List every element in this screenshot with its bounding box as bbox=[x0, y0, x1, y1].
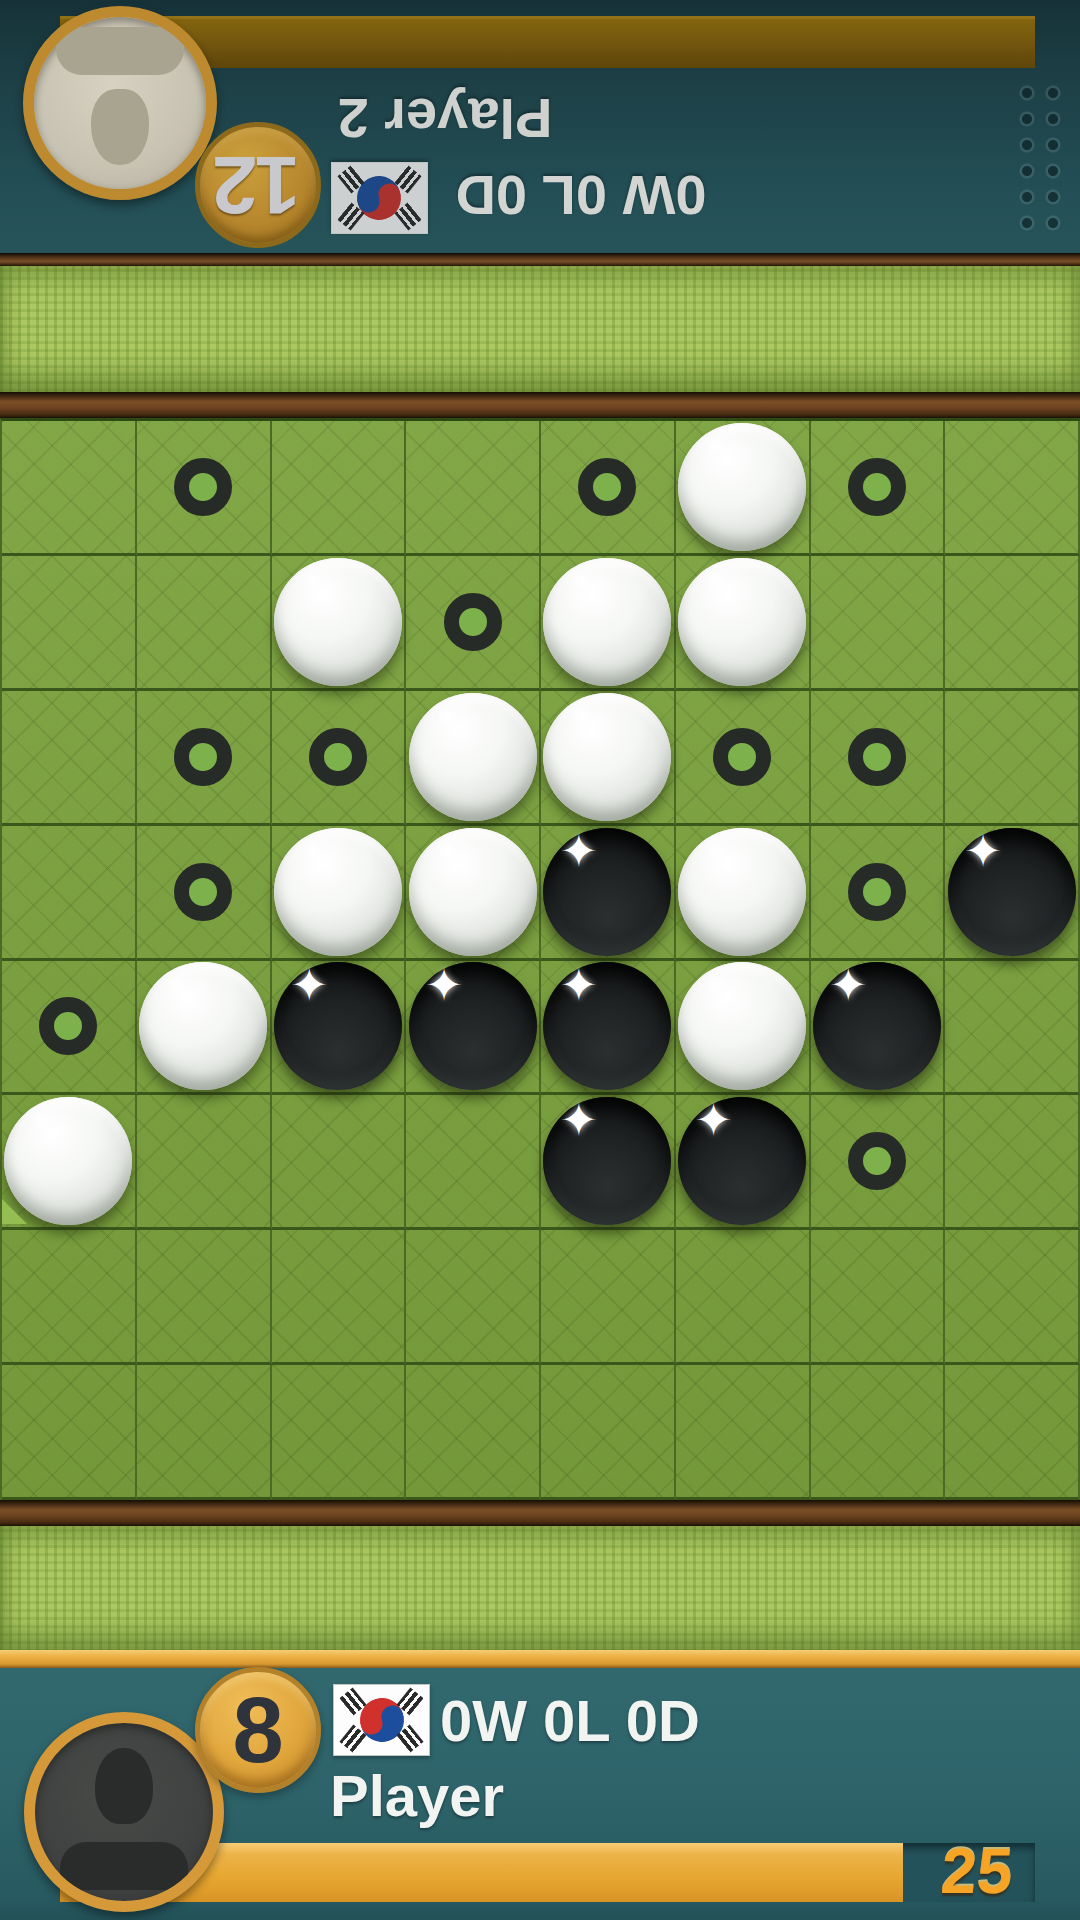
legal-move-hint[interactable] bbox=[848, 458, 906, 516]
board-cell-f4[interactable] bbox=[676, 826, 811, 961]
black-disc: ✦ bbox=[274, 962, 402, 1090]
board-cell-d3[interactable] bbox=[406, 691, 541, 826]
board-cell-h5[interactable] bbox=[945, 961, 1080, 1096]
board-cell-a7[interactable] bbox=[2, 1230, 137, 1365]
player-avatar[interactable] bbox=[24, 1712, 224, 1912]
white-disc bbox=[678, 828, 806, 956]
board-cell-c4[interactable] bbox=[272, 826, 407, 961]
sparkle-highlight: ✦ bbox=[290, 962, 329, 1008]
board-cell-c7[interactable] bbox=[272, 1230, 407, 1365]
player-disc-count: 8 bbox=[232, 1678, 283, 1783]
board-cell-f7[interactable] bbox=[676, 1230, 811, 1365]
opponent-disc-count: 12 bbox=[215, 138, 300, 232]
person-silhouette-icon bbox=[35, 1723, 213, 1901]
board-cell-d6[interactable] bbox=[406, 1095, 541, 1230]
board-cell-h4[interactable]: ✦ bbox=[945, 826, 1080, 961]
board-cell-c8[interactable] bbox=[272, 1365, 407, 1500]
player-timer-value: 25 bbox=[925, 1839, 1029, 1903]
legal-move-hint[interactable] bbox=[309, 728, 367, 786]
board-cell-a6[interactable] bbox=[2, 1095, 137, 1230]
board-cell-e6[interactable]: ✦ bbox=[541, 1095, 676, 1230]
person-silhouette-icon bbox=[34, 17, 206, 189]
white-disc bbox=[678, 558, 806, 686]
board-cell-e3[interactable] bbox=[541, 691, 676, 826]
board-cell-d4[interactable] bbox=[406, 826, 541, 961]
sparkle-highlight: ✦ bbox=[829, 962, 868, 1008]
board-cell-a2[interactable] bbox=[2, 556, 137, 691]
board-cell-b6[interactable] bbox=[137, 1095, 272, 1230]
table-felt-top bbox=[0, 266, 1080, 392]
white-disc bbox=[409, 828, 537, 956]
decor-dots-top bbox=[1014, 80, 1072, 236]
board-cell-g6[interactable] bbox=[811, 1095, 946, 1230]
board-cell-f2[interactable] bbox=[676, 556, 811, 691]
opponent-panel: Player 2 0W 0L 0D 12 bbox=[0, 0, 1080, 253]
table-felt-bottom bbox=[0, 1526, 1080, 1652]
board-cell-f6[interactable]: ✦ bbox=[676, 1095, 811, 1230]
sparkle-highlight: ✦ bbox=[964, 828, 1003, 874]
board-cell-h7[interactable] bbox=[945, 1230, 1080, 1365]
opponent-avatar[interactable] bbox=[23, 6, 217, 200]
board-cell-b8[interactable] bbox=[137, 1365, 272, 1500]
board-cell-a4[interactable] bbox=[2, 826, 137, 961]
player-record: 0W 0L 0D bbox=[440, 1690, 700, 1752]
legal-move-hint[interactable] bbox=[174, 458, 232, 516]
board-cell-c2[interactable] bbox=[272, 556, 407, 691]
board-cell-b5[interactable] bbox=[137, 961, 272, 1096]
board-cell-b3[interactable] bbox=[137, 691, 272, 826]
board-cell-b7[interactable] bbox=[137, 1230, 272, 1365]
legal-move-hint[interactable] bbox=[848, 863, 906, 921]
board-cell-d8[interactable] bbox=[406, 1365, 541, 1500]
black-disc: ✦ bbox=[409, 962, 537, 1090]
board-cell-e7[interactable] bbox=[541, 1230, 676, 1365]
board-cell-h2[interactable] bbox=[945, 556, 1080, 691]
player-name: Player bbox=[330, 1766, 504, 1826]
board-cell-g2[interactable] bbox=[811, 556, 946, 691]
othello-board: ✦✦✦✦✦✦✦✦ bbox=[0, 418, 1080, 1500]
board-cell-f5[interactable] bbox=[676, 961, 811, 1096]
board-cell-e8[interactable] bbox=[541, 1365, 676, 1500]
board-cell-e5[interactable]: ✦ bbox=[541, 961, 676, 1096]
board-cell-d2[interactable] bbox=[406, 556, 541, 691]
white-disc bbox=[678, 962, 806, 1090]
board-cell-g8[interactable] bbox=[811, 1365, 946, 1500]
south-korea-flag-player bbox=[333, 1684, 430, 1756]
board-cell-h6[interactable] bbox=[945, 1095, 1080, 1230]
board-cell-g4[interactable] bbox=[811, 826, 946, 961]
board-cell-d7[interactable] bbox=[406, 1230, 541, 1365]
board-cell-h1[interactable] bbox=[945, 421, 1080, 556]
board-frame-bottom bbox=[0, 1500, 1080, 1526]
board-cell-g5[interactable]: ✦ bbox=[811, 961, 946, 1096]
board-cell-c6[interactable] bbox=[272, 1095, 407, 1230]
board-cell-e4[interactable]: ✦ bbox=[541, 826, 676, 961]
board-cell-g3[interactable] bbox=[811, 691, 946, 826]
player-disc-count-badge: 8 bbox=[195, 1667, 321, 1793]
board-cell-d1[interactable] bbox=[406, 421, 541, 556]
opponent-record: 0W 0L 0D bbox=[436, 162, 726, 228]
board-cell-h3[interactable] bbox=[945, 691, 1080, 826]
white-disc bbox=[543, 693, 671, 821]
black-disc: ✦ bbox=[543, 962, 671, 1090]
board-cell-g7[interactable] bbox=[811, 1230, 946, 1365]
board-cell-d5[interactable]: ✦ bbox=[406, 961, 541, 1096]
othello-game-screen: Player 2 0W 0L 0D 12 ✦✦✦✦✦✦✦✦ 25 bbox=[0, 0, 1080, 1920]
sparkle-highlight: ✦ bbox=[559, 962, 598, 1008]
black-disc: ✦ bbox=[543, 828, 671, 956]
white-disc bbox=[274, 558, 402, 686]
legal-move-hint[interactable] bbox=[713, 728, 771, 786]
south-korea-flag-opponent bbox=[331, 162, 428, 234]
board-frame-top bbox=[0, 392, 1080, 418]
white-disc bbox=[678, 423, 806, 551]
sparkle-highlight: ✦ bbox=[559, 1097, 598, 1143]
board-cell-g1[interactable] bbox=[811, 421, 946, 556]
separator-gold bbox=[0, 1650, 1080, 1668]
board-cell-a8[interactable] bbox=[2, 1365, 137, 1500]
white-disc bbox=[274, 828, 402, 956]
legal-move-hint[interactable] bbox=[848, 1132, 906, 1190]
board-cell-f1[interactable] bbox=[676, 421, 811, 556]
legal-move-hint[interactable] bbox=[848, 728, 906, 786]
black-disc: ✦ bbox=[813, 962, 941, 1090]
white-disc bbox=[409, 693, 537, 821]
sparkle-highlight: ✦ bbox=[694, 1097, 733, 1143]
board-cell-e2[interactable] bbox=[541, 556, 676, 691]
board-cell-c1[interactable] bbox=[272, 421, 407, 556]
legal-move-hint[interactable] bbox=[174, 728, 232, 786]
black-disc: ✦ bbox=[948, 828, 1076, 956]
board-cell-a5[interactable] bbox=[2, 961, 137, 1096]
legal-move-hint[interactable] bbox=[39, 997, 97, 1055]
black-disc: ✦ bbox=[543, 1097, 671, 1225]
legal-move-hint[interactable] bbox=[444, 593, 502, 651]
board-cell-f8[interactable] bbox=[676, 1365, 811, 1500]
opponent-name: Player 2 bbox=[322, 86, 568, 150]
sparkle-highlight: ✦ bbox=[425, 962, 464, 1008]
board-cell-f3[interactable] bbox=[676, 691, 811, 826]
black-disc: ✦ bbox=[678, 1097, 806, 1225]
board-cell-c3[interactable] bbox=[272, 691, 407, 826]
board-cell-e1[interactable] bbox=[541, 421, 676, 556]
board-cell-b4[interactable] bbox=[137, 826, 272, 961]
white-disc bbox=[543, 558, 671, 686]
board-cell-h8[interactable] bbox=[945, 1365, 1080, 1500]
legal-move-hint[interactable] bbox=[578, 458, 636, 516]
separator-brown-thin bbox=[0, 253, 1080, 266]
board-cell-a3[interactable] bbox=[2, 691, 137, 826]
board-cell-b2[interactable] bbox=[137, 556, 272, 691]
legal-move-hint[interactable] bbox=[174, 863, 232, 921]
opponent-disc-count-badge: 12 bbox=[195, 122, 321, 248]
white-disc bbox=[139, 962, 267, 1090]
sparkle-highlight: ✦ bbox=[559, 828, 598, 874]
board-cell-b1[interactable] bbox=[137, 421, 272, 556]
board-cell-c5[interactable]: ✦ bbox=[272, 961, 407, 1096]
last-move-corner-marker bbox=[2, 1199, 27, 1224]
board-cell-a1[interactable] bbox=[2, 421, 137, 556]
